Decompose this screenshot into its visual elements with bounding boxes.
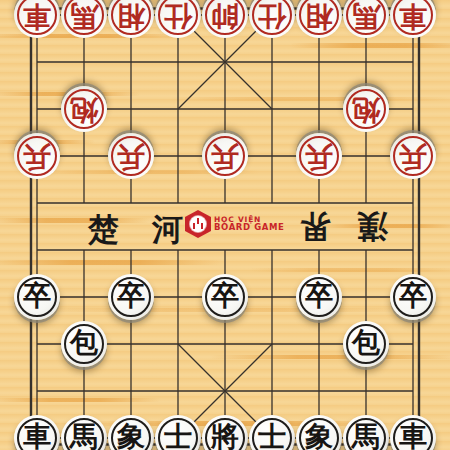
logo-hexagon-icon [185,210,211,238]
piece-red-soldier[interactable]: 兵 [296,133,342,179]
board-logo: HỌC VIỆN BOARD GAME [185,210,284,238]
piece-black-cannon[interactable]: 包 [61,321,107,367]
xiangqi-board[interactable]: 楚河 漢界 HỌC VIỆN BOARD GAME 車馬相仕帥仕相馬車炮炮兵兵兵… [0,0,450,450]
piece-glyph: 卒 [305,282,333,310]
piece-glyph: 車 [23,2,51,30]
piece-red-general[interactable]: 帥 [202,0,248,38]
piece-black-chariot[interactable]: 車 [390,415,436,450]
piece-glyph: 仕 [258,2,286,30]
piece-glyph: 兵 [399,143,427,171]
piece-red-cannon[interactable]: 炮 [343,86,389,132]
piece-glyph: 炮 [70,96,98,124]
piece-glyph: 車 [23,423,51,450]
piece-glyph: 仕 [164,2,192,30]
piece-black-soldier[interactable]: 卒 [108,274,154,320]
piece-glyph: 兵 [211,143,239,171]
piece-glyph: 炮 [352,96,380,124]
piece-glyph: 車 [399,2,427,30]
piece-black-advisor[interactable]: 士 [155,415,201,450]
piece-red-cannon[interactable]: 炮 [61,86,107,132]
piece-glyph: 卒 [211,282,239,310]
piece-glyph: 包 [352,329,380,357]
piece-black-horse[interactable]: 馬 [343,415,389,450]
piece-black-general[interactable]: 將 [202,415,248,450]
piece-black-soldier[interactable]: 卒 [14,274,60,320]
piece-glyph: 馬 [70,423,98,450]
piece-red-advisor[interactable]: 仕 [249,0,295,38]
piece-glyph: 相 [117,2,145,30]
piece-glyph: 兵 [23,143,51,171]
piece-red-elephant[interactable]: 相 [296,0,342,38]
piece-glyph: 馬 [352,2,380,30]
piece-red-horse[interactable]: 馬 [61,0,107,38]
river-label-han-jie: 漢界 [274,205,388,247]
piece-glyph: 將 [211,423,239,450]
piece-black-soldier[interactable]: 卒 [202,274,248,320]
piece-glyph: 車 [399,423,427,450]
piece-black-horse[interactable]: 馬 [61,415,107,450]
piece-red-elephant[interactable]: 相 [108,0,154,38]
piece-glyph: 士 [258,423,286,450]
piece-glyph: 兵 [305,143,333,171]
piece-black-soldier[interactable]: 卒 [390,274,436,320]
piece-red-chariot[interactable]: 車 [14,0,60,38]
piece-black-elephant[interactable]: 象 [108,415,154,450]
piece-black-cannon[interactable]: 包 [343,321,389,367]
piece-glyph: 象 [117,423,145,450]
piece-red-soldier[interactable]: 兵 [14,133,60,179]
piece-glyph: 卒 [399,282,427,310]
piece-glyph: 象 [305,423,333,450]
piece-glyph: 卒 [117,282,145,310]
piece-glyph: 相 [305,2,333,30]
piece-black-advisor[interactable]: 士 [249,415,295,450]
piece-red-soldier[interactable]: 兵 [390,133,436,179]
piece-black-elephant[interactable]: 象 [296,415,342,450]
piece-glyph: 士 [164,423,192,450]
piece-glyph: 卒 [23,282,51,310]
piece-black-soldier[interactable]: 卒 [296,274,342,320]
piece-glyph: 馬 [70,2,98,30]
piece-glyph: 包 [70,329,98,357]
piece-glyph: 馬 [352,423,380,450]
piece-red-soldier[interactable]: 兵 [202,133,248,179]
piece-glyph: 帥 [211,2,239,30]
piece-black-chariot[interactable]: 車 [14,415,60,450]
piece-red-horse[interactable]: 馬 [343,0,389,38]
piece-glyph: 兵 [117,143,145,171]
logo-line2: BOARD GAME [214,223,284,232]
piece-red-advisor[interactable]: 仕 [155,0,201,38]
logo-dice-icon [190,216,206,232]
piece-red-soldier[interactable]: 兵 [108,133,154,179]
piece-red-chariot[interactable]: 車 [390,0,436,38]
